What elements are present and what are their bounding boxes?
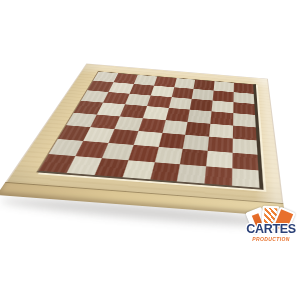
- square-h1[interactable]: [232, 168, 259, 187]
- logo-brand-text: CARTES: [242, 222, 300, 236]
- logo-subtext: PRODUCTION: [242, 236, 300, 242]
- square-f1[interactable]: [177, 164, 206, 183]
- board-playing-surface: [36, 71, 263, 190]
- product-photo: CARTES PRODUCTION: [0, 0, 300, 300]
- square-e1[interactable]: [150, 162, 181, 181]
- board-grid: [39, 72, 260, 188]
- square-g1[interactable]: [205, 166, 233, 185]
- chessboard: [7, 64, 282, 203]
- cartes-production-logo: CARTES PRODUCTION: [242, 206, 300, 248]
